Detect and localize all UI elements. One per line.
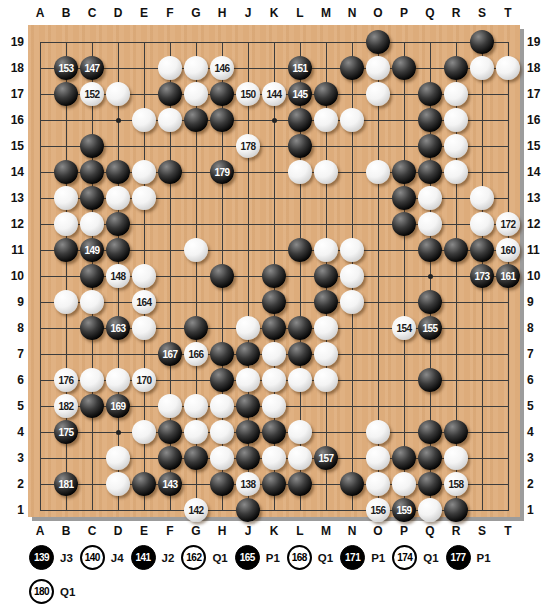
coord-number-left: 12 — [0, 216, 24, 232]
black-stone-L18: 151 — [288, 56, 312, 80]
white-stone-O3 — [366, 446, 390, 470]
coord-letter-bottom: B — [53, 523, 79, 539]
coord-letter-bottom: H — [209, 523, 235, 539]
caption-point-label: P1 — [266, 552, 280, 564]
white-stone-B5: 182 — [54, 394, 78, 418]
coord-number-right: 9 — [527, 294, 550, 310]
caption-point-label: Q1 — [60, 586, 75, 598]
black-stone-M3: 157 — [314, 446, 338, 470]
coord-letter-top: H — [209, 5, 235, 21]
white-stone-L6 — [288, 368, 312, 392]
caption-point-label: P1 — [477, 552, 491, 564]
white-stone-N11 — [340, 238, 364, 262]
white-stone-O2 — [366, 472, 390, 496]
black-stone-Q11 — [418, 238, 442, 262]
black-stone-Q17 — [418, 82, 442, 106]
white-stone-O1: 156 — [366, 498, 390, 522]
black-stone-J4 — [236, 420, 260, 444]
white-stone-N10 — [340, 264, 364, 288]
black-stone-H2 — [210, 472, 234, 496]
white-stone-Q12 — [418, 212, 442, 236]
coord-letter-bottom: C — [79, 523, 105, 539]
coord-number-right: 5 — [527, 398, 550, 414]
coord-number-right: 12 — [527, 216, 550, 232]
white-stone-K3 — [262, 446, 286, 470]
caption-entry: 141J2 — [131, 545, 175, 570]
white-stone-K5 — [262, 394, 286, 418]
grid-line-vertical — [404, 42, 405, 511]
black-stone-G16 — [184, 108, 208, 132]
black-stone-R4 — [444, 420, 468, 444]
white-stone-C9 — [80, 290, 104, 314]
white-stone-G11 — [184, 238, 208, 262]
black-stone-Q3 — [418, 446, 442, 470]
caption-entry: 180Q1 — [29, 579, 75, 604]
white-stone-G5 — [184, 394, 208, 418]
white-stone-N16 — [340, 108, 364, 132]
white-stone-D6 — [106, 368, 130, 392]
white-stone-O14 — [366, 160, 390, 184]
coord-letter-bottom: D — [105, 523, 131, 539]
white-stone-N9 — [340, 290, 364, 314]
coord-number-right: 3 — [527, 450, 550, 466]
coord-letter-top: L — [287, 5, 313, 21]
black-stone-Q15 — [418, 134, 442, 158]
white-stone-E9: 164 — [132, 290, 156, 314]
coord-number-left: 8 — [0, 320, 24, 336]
black-stone-R11 — [444, 238, 468, 262]
white-stone-S13 — [470, 186, 494, 210]
coord-number-left: 16 — [0, 112, 24, 128]
white-stone-D17 — [106, 82, 130, 106]
coord-letter-top: P — [391, 5, 417, 21]
black-stone-B18: 153 — [54, 56, 78, 80]
coord-letter-bottom: S — [469, 523, 495, 539]
black-stone-J3 — [236, 446, 260, 470]
white-stone-E8 — [132, 316, 156, 340]
caption-entry: 177P1 — [446, 545, 491, 570]
coord-number-left: 19 — [0, 34, 24, 50]
coord-number-left: 9 — [0, 294, 24, 310]
black-stone-D12 — [106, 212, 130, 236]
black-stone-D11 — [106, 238, 130, 262]
white-stone-B12 — [54, 212, 78, 236]
white-stone-M11 — [314, 238, 338, 262]
white-stone-F5 — [158, 394, 182, 418]
coord-letter-top: C — [79, 5, 105, 21]
caption-white-stone: 168 — [287, 545, 312, 570]
caption-point-label: J3 — [60, 552, 73, 564]
white-stone-B9 — [54, 290, 78, 314]
black-stone-L2 — [288, 472, 312, 496]
white-stone-P8: 154 — [392, 316, 416, 340]
coord-number-right: 17 — [527, 86, 550, 102]
coord-letter-bottom: A — [27, 523, 53, 539]
black-stone-J1 — [236, 498, 260, 522]
white-stone-C12 — [80, 212, 104, 236]
caption-entry: 162Q1 — [181, 545, 227, 570]
caption-entry: 174Q1 — [392, 545, 438, 570]
black-stone-G8 — [184, 316, 208, 340]
black-stone-L7 — [288, 342, 312, 366]
black-stone-E2 — [132, 472, 156, 496]
white-stone-D3 — [106, 446, 130, 470]
coord-number-right: 19 — [527, 34, 550, 50]
caption-point-label: Q1 — [318, 552, 333, 564]
coord-number-right: 13 — [527, 190, 550, 206]
black-stone-C13 — [80, 186, 104, 210]
black-stone-Q8: 155 — [418, 316, 442, 340]
black-stone-C5 — [80, 394, 104, 418]
coord-letter-top: B — [53, 5, 79, 21]
black-stone-F7: 167 — [158, 342, 182, 366]
coord-number-right: 11 — [527, 242, 550, 258]
white-stone-H4 — [210, 420, 234, 444]
white-stone-T11: 160 — [496, 238, 520, 262]
white-stone-L3 — [288, 446, 312, 470]
coord-number-left: 18 — [0, 60, 24, 76]
coord-number-left: 11 — [0, 242, 24, 258]
black-stone-S19 — [470, 30, 494, 54]
coord-letter-bottom: R — [443, 523, 469, 539]
white-stone-E13 — [132, 186, 156, 210]
coord-letter-bottom: P — [391, 523, 417, 539]
white-stone-S18 — [470, 56, 494, 80]
caption-black-stone: 177 — [446, 545, 471, 570]
caption-entry: 171P1 — [340, 545, 385, 570]
white-stone-L4 — [288, 420, 312, 444]
coord-letter-bottom: L — [287, 523, 313, 539]
black-stone-H17 — [210, 82, 234, 106]
caption-white-stone: 180 — [29, 579, 54, 604]
black-stone-H7 — [210, 342, 234, 366]
white-stone-R14 — [444, 160, 468, 184]
coord-number-right: 8 — [527, 320, 550, 336]
go-board[interactable]: 1531471461511521501441451781791721491601… — [28, 25, 520, 517]
coord-number-right: 1 — [527, 502, 550, 518]
black-stone-C11: 149 — [80, 238, 104, 262]
coord-letter-bottom: K — [261, 523, 287, 539]
white-stone-E4 — [132, 420, 156, 444]
black-stone-Q6 — [418, 368, 442, 392]
caption-entry: 140J4 — [80, 545, 124, 570]
black-stone-J5 — [236, 394, 260, 418]
black-stone-C8 — [80, 316, 104, 340]
black-stone-B2: 181 — [54, 472, 78, 496]
coord-number-left: 10 — [0, 268, 24, 284]
black-stone-P18 — [392, 56, 416, 80]
white-stone-E14 — [132, 160, 156, 184]
coord-letter-bottom: O — [365, 523, 391, 539]
white-stone-R3 — [444, 446, 468, 470]
white-stone-Q1 — [418, 498, 442, 522]
coord-letter-top: J — [235, 5, 261, 21]
black-stone-F3 — [158, 446, 182, 470]
caption-black-stone: 171 — [340, 545, 365, 570]
black-stone-N18 — [340, 56, 364, 80]
white-stone-G17 — [184, 82, 208, 106]
star-point — [428, 274, 433, 279]
white-stone-L14 — [288, 160, 312, 184]
caption-white-stone: 162 — [181, 545, 206, 570]
black-stone-G3 — [184, 446, 208, 470]
coord-letter-top: E — [131, 5, 157, 21]
coord-number-left: 13 — [0, 190, 24, 206]
white-stone-O4 — [366, 420, 390, 444]
black-stone-K2 — [262, 472, 286, 496]
white-stone-B6: 176 — [54, 368, 78, 392]
coord-letter-bottom: E — [131, 523, 157, 539]
white-stone-T12: 172 — [496, 212, 520, 236]
white-stone-E10 — [132, 264, 156, 288]
black-stone-L11 — [288, 238, 312, 262]
white-stone-J17: 150 — [236, 82, 260, 106]
black-stone-F4 — [158, 420, 182, 444]
coord-letter-top: G — [183, 5, 209, 21]
black-stone-B17 — [54, 82, 78, 106]
white-stone-O18 — [366, 56, 390, 80]
star-point — [116, 430, 121, 435]
white-stone-G7: 166 — [184, 342, 208, 366]
black-stone-Q14 — [418, 160, 442, 184]
caption-point-label: P1 — [371, 552, 385, 564]
black-stone-B11 — [54, 238, 78, 262]
white-stone-J2: 138 — [236, 472, 260, 496]
coord-letter-top: M — [313, 5, 339, 21]
black-stone-P13 — [392, 186, 416, 210]
coord-number-right: 2 — [527, 476, 550, 492]
black-stone-K4 — [262, 420, 286, 444]
caption-white-stone: 174 — [392, 545, 417, 570]
black-stone-N2 — [340, 472, 364, 496]
white-stone-D10: 148 — [106, 264, 130, 288]
black-stone-C15 — [80, 134, 104, 158]
white-stone-H18: 146 — [210, 56, 234, 80]
black-stone-C10 — [80, 264, 104, 288]
coord-number-right: 14 — [527, 164, 550, 180]
coord-letter-top: K — [261, 5, 287, 21]
white-stone-D13 — [106, 186, 130, 210]
caption-point-label: Q1 — [423, 552, 438, 564]
coord-number-right: 7 — [527, 346, 550, 362]
white-stone-J15: 178 — [236, 134, 260, 158]
white-stone-Q13 — [418, 186, 442, 210]
coord-letter-top: Q — [417, 5, 443, 21]
white-stone-C6 — [80, 368, 104, 392]
black-stone-P3 — [392, 446, 416, 470]
white-stone-H3 — [210, 446, 234, 470]
white-stone-J8 — [236, 316, 260, 340]
white-stone-D2 — [106, 472, 130, 496]
coord-number-left: 3 — [0, 450, 24, 466]
white-stone-M7 — [314, 342, 338, 366]
black-stone-J7 — [236, 342, 260, 366]
black-stone-P14 — [392, 160, 416, 184]
coord-letter-bottom: F — [157, 523, 183, 539]
black-stone-L8 — [288, 316, 312, 340]
coord-number-right: 6 — [527, 372, 550, 388]
coord-number-left: 14 — [0, 164, 24, 180]
white-stone-R15 — [444, 134, 468, 158]
black-stone-Q2 — [418, 472, 442, 496]
white-stone-J6 — [236, 368, 260, 392]
coord-letter-bottom: G — [183, 523, 209, 539]
coord-number-right: 18 — [527, 60, 550, 76]
coord-number-left: 6 — [0, 372, 24, 388]
coord-letter-top: N — [339, 5, 365, 21]
black-stone-C14 — [80, 160, 104, 184]
caption-row-2: 180Q1 — [29, 579, 75, 604]
black-stone-H10 — [210, 264, 234, 288]
white-stone-R16 — [444, 108, 468, 132]
white-stone-B13 — [54, 186, 78, 210]
white-stone-K6 — [262, 368, 286, 392]
black-stone-D14 — [106, 160, 130, 184]
coord-letter-top: T — [495, 5, 521, 21]
black-stone-K10 — [262, 264, 286, 288]
black-stone-D5: 169 — [106, 394, 130, 418]
coord-number-left: 2 — [0, 476, 24, 492]
caption-entry: 165P1 — [235, 545, 280, 570]
white-stone-G1: 142 — [184, 498, 208, 522]
black-stone-C18: 147 — [80, 56, 104, 80]
coord-number-left: 1 — [0, 502, 24, 518]
black-stone-H6 — [210, 368, 234, 392]
coord-letter-bottom: M — [313, 523, 339, 539]
caption-white-stone: 140 — [80, 545, 105, 570]
white-stone-P2 — [392, 472, 416, 496]
caption-point-label: J2 — [162, 552, 175, 564]
black-stone-M9 — [314, 290, 338, 314]
coord-letter-top: R — [443, 5, 469, 21]
white-stone-C17: 152 — [80, 82, 104, 106]
star-point — [116, 118, 121, 123]
black-stone-B4: 175 — [54, 420, 78, 444]
white-stone-G4 — [184, 420, 208, 444]
black-stone-L15 — [288, 134, 312, 158]
white-stone-M6 — [314, 368, 338, 392]
coord-letter-bottom: Q — [417, 523, 443, 539]
caption-point-label: Q1 — [212, 552, 227, 564]
black-stone-F17 — [158, 82, 182, 106]
coord-number-right: 16 — [527, 112, 550, 128]
black-stone-Q4 — [418, 420, 442, 444]
coord-number-left: 4 — [0, 424, 24, 440]
white-stone-E6: 170 — [132, 368, 156, 392]
caption-black-stone: 141 — [131, 545, 156, 570]
white-stone-M16 — [314, 108, 338, 132]
black-stone-T10: 161 — [496, 264, 520, 288]
white-stone-K17: 144 — [262, 82, 286, 106]
coord-letter-top: S — [469, 5, 495, 21]
white-stone-E16 — [132, 108, 156, 132]
black-stone-M17 — [314, 82, 338, 106]
coord-letter-top: D — [105, 5, 131, 21]
black-stone-S11 — [470, 238, 494, 262]
black-stone-H16 — [210, 108, 234, 132]
black-stone-F2: 143 — [158, 472, 182, 496]
black-stone-O19 — [366, 30, 390, 54]
coord-number-left: 17 — [0, 86, 24, 102]
caption-point-label: J4 — [111, 552, 124, 564]
white-stone-F16 — [158, 108, 182, 132]
black-stone-F14 — [158, 160, 182, 184]
white-stone-K7 — [262, 342, 286, 366]
coord-letter-top: O — [365, 5, 391, 21]
caption-row-1: 139J3140J4141J2162Q1165P1168Q1171P1174Q1… — [29, 545, 491, 570]
coord-letter-bottom: J — [235, 523, 261, 539]
black-stone-D8: 163 — [106, 316, 130, 340]
caption-entry: 139J3 — [29, 545, 73, 570]
star-point — [272, 118, 277, 123]
coord-letter-bottom: T — [495, 523, 521, 539]
caption-black-stone: 139 — [29, 545, 54, 570]
white-stone-G18 — [184, 56, 208, 80]
black-stone-P1: 159 — [392, 498, 416, 522]
white-stone-R2: 158 — [444, 472, 468, 496]
coord-number-right: 4 — [527, 424, 550, 440]
coord-number-right: 10 — [527, 268, 550, 284]
white-stone-T18 — [496, 56, 520, 80]
black-stone-H14: 179 — [210, 160, 234, 184]
white-stone-H5 — [210, 394, 234, 418]
black-stone-R18 — [444, 56, 468, 80]
black-stone-Q9 — [418, 290, 442, 314]
black-stone-B14 — [54, 160, 78, 184]
caption-black-stone: 165 — [235, 545, 260, 570]
black-stone-S10: 173 — [470, 264, 494, 288]
coord-letter-top: F — [157, 5, 183, 21]
coord-number-left: 15 — [0, 138, 24, 154]
coord-letter-bottom: N — [339, 523, 365, 539]
white-stone-F18 — [158, 56, 182, 80]
black-stone-P12 — [392, 212, 416, 236]
black-stone-L17: 145 — [288, 82, 312, 106]
black-stone-K8 — [262, 316, 286, 340]
black-stone-R1 — [444, 498, 468, 522]
white-stone-O17 — [366, 82, 390, 106]
coord-number-left: 5 — [0, 398, 24, 414]
coord-number-left: 7 — [0, 346, 24, 362]
black-stone-K9 — [262, 290, 286, 314]
white-stone-S12 — [470, 212, 494, 236]
white-stone-M14 — [314, 160, 338, 184]
black-stone-L16 — [288, 108, 312, 132]
black-stone-M10 — [314, 264, 338, 288]
black-stone-Q16 — [418, 108, 442, 132]
coord-letter-top: A — [27, 5, 53, 21]
white-stone-R17 — [444, 82, 468, 106]
coord-number-right: 15 — [527, 138, 550, 154]
caption-entry: 168Q1 — [287, 545, 333, 570]
white-stone-M8 — [314, 316, 338, 340]
